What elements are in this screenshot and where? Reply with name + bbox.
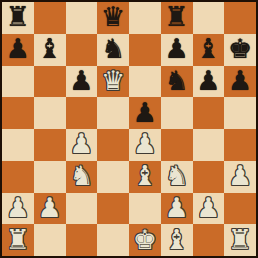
square-c3[interactable]: ♞	[66, 161, 98, 193]
square-d1[interactable]	[97, 224, 129, 256]
square-f1[interactable]: ♝	[161, 224, 193, 256]
square-e7[interactable]	[129, 34, 161, 66]
square-c5[interactable]	[66, 97, 98, 129]
square-e3[interactable]: ♝	[129, 161, 161, 193]
square-b8[interactable]	[34, 2, 66, 34]
square-d5[interactable]	[97, 97, 129, 129]
square-d3[interactable]	[97, 161, 129, 193]
square-a3[interactable]	[2, 161, 34, 193]
square-g5[interactable]	[193, 97, 225, 129]
square-h2[interactable]	[224, 193, 256, 225]
piece-white-pawn: ♟	[165, 194, 189, 221]
square-a2[interactable]: ♟	[2, 193, 34, 225]
square-b4[interactable]	[34, 129, 66, 161]
piece-white-queen: ♛	[101, 67, 125, 94]
square-f4[interactable]	[161, 129, 193, 161]
square-d7[interactable]: ♞	[97, 34, 129, 66]
piece-white-pawn: ♟	[69, 130, 93, 157]
square-e8[interactable]	[129, 2, 161, 34]
piece-white-pawn: ♟	[196, 194, 220, 221]
square-f5[interactable]	[161, 97, 193, 129]
square-h5[interactable]	[224, 97, 256, 129]
piece-white-bishop: ♝	[133, 162, 157, 189]
square-f6[interactable]: ♞	[161, 66, 193, 98]
square-a4[interactable]	[2, 129, 34, 161]
square-g4[interactable]	[193, 129, 225, 161]
square-a8[interactable]: ♜	[2, 2, 34, 34]
square-e1[interactable]: ♚	[129, 224, 161, 256]
square-a6[interactable]	[2, 66, 34, 98]
square-g7[interactable]: ♝	[193, 34, 225, 66]
piece-black-pawn: ♟	[6, 35, 30, 62]
piece-black-queen: ♛	[101, 3, 125, 30]
square-e2[interactable]	[129, 193, 161, 225]
square-e4[interactable]: ♟	[129, 129, 161, 161]
square-f8[interactable]: ♜	[161, 2, 193, 34]
square-c1[interactable]	[66, 224, 98, 256]
piece-black-rook: ♜	[165, 3, 189, 30]
square-b5[interactable]	[34, 97, 66, 129]
piece-white-rook: ♜	[228, 226, 252, 253]
piece-white-rook: ♜	[6, 226, 30, 253]
square-b6[interactable]	[34, 66, 66, 98]
piece-white-pawn: ♟	[133, 130, 157, 157]
square-h4[interactable]	[224, 129, 256, 161]
piece-black-bishop: ♝	[196, 35, 220, 62]
piece-white-knight: ♞	[69, 162, 93, 189]
square-a1[interactable]: ♜	[2, 224, 34, 256]
square-a5[interactable]	[2, 97, 34, 129]
square-g8[interactable]	[193, 2, 225, 34]
piece-white-king: ♚	[133, 226, 157, 253]
piece-black-knight: ♞	[165, 67, 189, 94]
piece-white-pawn: ♟	[228, 162, 252, 189]
square-b7[interactable]: ♝	[34, 34, 66, 66]
square-f3[interactable]: ♞	[161, 161, 193, 193]
piece-white-pawn: ♟	[6, 194, 30, 221]
square-h7[interactable]: ♚	[224, 34, 256, 66]
square-a7[interactable]: ♟	[2, 34, 34, 66]
square-c8[interactable]	[66, 2, 98, 34]
square-c7[interactable]	[66, 34, 98, 66]
square-g2[interactable]: ♟	[193, 193, 225, 225]
square-f7[interactable]: ♟	[161, 34, 193, 66]
piece-black-pawn: ♟	[69, 67, 93, 94]
square-h6[interactable]: ♟	[224, 66, 256, 98]
piece-black-pawn: ♟	[165, 35, 189, 62]
piece-black-pawn: ♟	[196, 67, 220, 94]
square-e5[interactable]: ♟	[129, 97, 161, 129]
chess-board: ♜♛♜♟♝♞♟♝♚♟♛♞♟♟♟♟♟♞♝♞♟♟♟♟♟♜♚♝♜	[0, 0, 258, 258]
square-c6[interactable]: ♟	[66, 66, 98, 98]
square-h8[interactable]	[224, 2, 256, 34]
square-h1[interactable]: ♜	[224, 224, 256, 256]
square-e6[interactable]	[129, 66, 161, 98]
square-d8[interactable]: ♛	[97, 2, 129, 34]
piece-black-king: ♚	[228, 35, 252, 62]
piece-black-knight: ♞	[101, 35, 125, 62]
square-g3[interactable]	[193, 161, 225, 193]
square-b1[interactable]	[34, 224, 66, 256]
piece-white-bishop: ♝	[165, 226, 189, 253]
square-h3[interactable]: ♟	[224, 161, 256, 193]
piece-black-pawn: ♟	[133, 99, 157, 126]
piece-black-pawn: ♟	[228, 67, 252, 94]
square-f2[interactable]: ♟	[161, 193, 193, 225]
square-b2[interactable]: ♟	[34, 193, 66, 225]
piece-white-pawn: ♟	[38, 194, 62, 221]
square-g1[interactable]	[193, 224, 225, 256]
square-d6[interactable]: ♛	[97, 66, 129, 98]
square-c2[interactable]	[66, 193, 98, 225]
piece-black-rook: ♜	[6, 3, 30, 30]
square-c4[interactable]: ♟	[66, 129, 98, 161]
square-d4[interactable]	[97, 129, 129, 161]
square-g6[interactable]: ♟	[193, 66, 225, 98]
piece-black-bishop: ♝	[38, 35, 62, 62]
square-d2[interactable]	[97, 193, 129, 225]
square-b3[interactable]	[34, 161, 66, 193]
piece-white-knight: ♞	[165, 162, 189, 189]
